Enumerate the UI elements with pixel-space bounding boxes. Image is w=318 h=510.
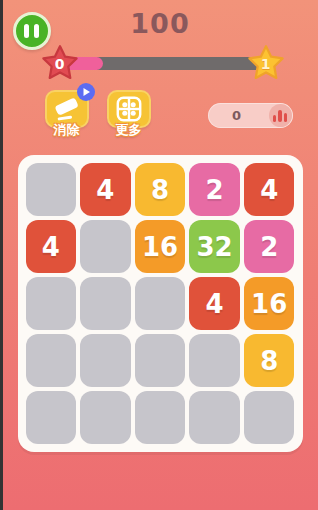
empty-cell[interactable] xyxy=(80,277,131,330)
erase-button-label: 消除 xyxy=(45,121,89,139)
tile-2[interactable]: 2 xyxy=(189,163,240,216)
empty-cell[interactable] xyxy=(189,334,240,387)
eliminate-counter-pill[interactable]: 0 xyxy=(208,103,293,128)
score-text: 100 xyxy=(3,8,318,39)
yellow-star-icon: 1 xyxy=(247,44,285,82)
red-star-icon: 0 xyxy=(41,44,79,82)
board-grid: 48244163224168 xyxy=(26,163,295,444)
progress-end-label: 1 xyxy=(247,50,285,78)
progress-start-label: 0 xyxy=(41,50,79,78)
tile-8[interactable]: 8 xyxy=(135,163,186,216)
eraser-icon xyxy=(50,94,84,124)
tile-4[interactable]: 4 xyxy=(189,277,240,330)
empty-cell[interactable] xyxy=(26,334,77,387)
empty-cell[interactable] xyxy=(135,391,186,444)
empty-cell[interactable] xyxy=(135,277,186,330)
empty-cell[interactable] xyxy=(26,163,77,216)
tile-8[interactable]: 8 xyxy=(244,334,295,387)
empty-cell[interactable] xyxy=(244,391,295,444)
tile-16[interactable]: 16 xyxy=(244,277,295,330)
empty-cell[interactable] xyxy=(80,220,131,273)
more-button[interactable]: 更多 xyxy=(107,90,151,139)
gift-icon xyxy=(115,95,143,123)
empty-cell[interactable] xyxy=(80,334,131,387)
empty-cell[interactable] xyxy=(189,391,240,444)
progress-track xyxy=(60,57,266,70)
play-badge-icon xyxy=(77,83,95,101)
bar-chart-icon[interactable] xyxy=(269,104,292,127)
tile-32[interactable]: 32 xyxy=(189,220,240,273)
tile-4[interactable]: 4 xyxy=(80,163,131,216)
empty-cell[interactable] xyxy=(80,391,131,444)
game-board: 48244163224168 xyxy=(18,155,303,452)
empty-cell[interactable] xyxy=(135,334,186,387)
tile-16[interactable]: 16 xyxy=(135,220,186,273)
erase-button[interactable]: 消除 xyxy=(45,90,89,139)
counter-value: 0 xyxy=(208,103,266,128)
tile-2[interactable]: 2 xyxy=(244,220,295,273)
game-screen: 100 0 1 xyxy=(3,0,318,510)
level-progress: 0 1 xyxy=(41,44,285,82)
more-button-label: 更多 xyxy=(107,121,151,139)
tile-4[interactable]: 4 xyxy=(26,220,77,273)
empty-cell[interactable] xyxy=(26,277,77,330)
tile-4[interactable]: 4 xyxy=(244,163,295,216)
empty-cell[interactable] xyxy=(26,391,77,444)
